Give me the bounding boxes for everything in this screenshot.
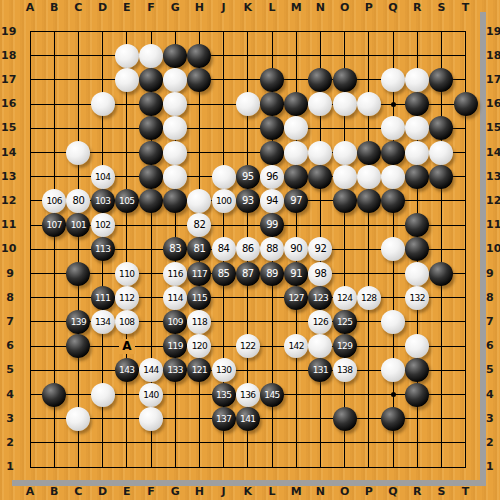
stone-J4-black: 135 [212,383,236,407]
stone-G14-white [163,141,187,165]
move-number: 145 [264,390,279,400]
stone-Q5-white [381,358,405,382]
move-number: 144 [143,365,158,375]
stone-O6-black: 129 [333,334,357,358]
col-label-top-N: N [312,2,328,14]
point-annotation-E6: A [119,339,135,354]
move-number: 91 [290,269,302,279]
stone-C6-black [66,334,90,358]
stone-H12-white [187,189,211,213]
stone-F16-black [139,92,163,116]
move-number: 129 [337,341,352,351]
row-label-right-2: 2 [486,437,499,449]
row-label-right-7: 7 [486,316,499,328]
stone-L15-black [260,116,284,140]
row-label-left-11: 11 [1,219,14,231]
row-label-right-17: 17 [486,74,499,86]
move-number: 115 [192,293,207,303]
move-number: 113 [95,244,110,254]
row-label-right-14: 14 [486,147,499,159]
move-number: 109 [167,317,182,327]
col-label-top-H: H [191,2,207,14]
stone-F3-white [139,407,163,431]
stone-D7-white: 134 [91,310,115,334]
row-label-left-18: 18 [1,50,14,62]
row-label-left-7: 7 [1,316,14,328]
move-number: 137 [216,414,231,424]
row-label-left-1: 1 [1,461,14,473]
stone-M15-white [284,116,308,140]
move-number: 127 [288,293,303,303]
grid-line-v-S [441,32,442,468]
col-label-top-S: S [433,2,449,14]
row-label-right-5: 5 [486,364,499,376]
stone-E17-white [115,68,139,92]
stone-L13-white: 96 [260,165,284,189]
stone-N10-white: 92 [308,237,332,261]
row-label-left-4: 4 [1,389,14,401]
stone-G17-white [163,68,187,92]
col-label-top-L: L [264,2,280,14]
row-label-right-16: 16 [486,98,499,110]
move-number: 83 [169,244,181,254]
move-number: 107 [46,220,61,230]
row-label-left-13: 13 [1,171,14,183]
stone-P13-white [357,165,381,189]
row-label-right-8: 8 [486,292,499,304]
col-label-bottom-C: C [70,486,86,498]
row-label-left-16: 16 [1,98,14,110]
stone-G5-black: 133 [163,358,187,382]
move-number: 134 [95,317,110,327]
col-label-top-O: O [337,2,353,14]
stone-G12-black [163,189,187,213]
board-edge-shadow-right [480,12,486,486]
star-point-Q16 [391,102,396,107]
stone-R9-white [405,262,429,286]
move-number: 96 [266,172,278,182]
stone-D11-white: 102 [91,213,115,237]
move-number: 89 [266,269,278,279]
move-number: 108 [119,317,134,327]
stone-P16-white [357,92,381,116]
stone-Q10-white [381,237,405,261]
stone-O17-black [333,68,357,92]
col-label-bottom-D: D [95,486,111,498]
stone-L14-black [260,141,284,165]
stone-F13-black [139,165,163,189]
stone-Q13-white [381,165,405,189]
stone-H7-white: 118 [187,310,211,334]
move-number: 138 [337,365,352,375]
stone-J3-black: 137 [212,407,236,431]
col-label-bottom-E: E [119,486,135,498]
stone-R6-white [405,334,429,358]
col-label-top-P: P [361,2,377,14]
col-label-top-G: G [167,2,183,14]
row-label-right-18: 18 [486,50,499,62]
stone-N9-white: 98 [308,262,332,286]
col-label-top-Q: Q [385,2,401,14]
stone-B4-black [42,383,66,407]
move-number: 84 [218,244,230,254]
stone-H10-black: 81 [187,237,211,261]
stone-Q17-white [381,68,405,92]
stone-C7-black: 139 [66,310,90,334]
stone-M16-black [284,92,308,116]
stone-L9-black: 89 [260,262,284,286]
stone-O7-black: 125 [333,310,357,334]
stone-N14-white [308,141,332,165]
col-label-top-B: B [46,2,62,14]
stone-M9-black: 91 [284,262,308,286]
move-number: 125 [337,317,352,327]
col-label-bottom-N: N [312,486,328,498]
stone-R13-black [405,165,429,189]
stone-F4-white: 140 [139,383,163,407]
stone-D16-white [91,92,115,116]
move-number: 132 [409,293,424,303]
move-number: 106 [46,196,61,206]
col-label-bottom-H: H [191,486,207,498]
stone-Q14-black [381,141,405,165]
stone-F15-black [139,116,163,140]
stone-Q12-black [381,189,405,213]
stone-G13-white [163,165,187,189]
move-number: 104 [95,172,110,182]
stone-G6-black: 119 [163,334,187,358]
stone-Q15-white [381,116,405,140]
stone-D13-white: 104 [91,165,115,189]
move-number: 136 [240,390,255,400]
stone-O14-white [333,141,357,165]
stone-P12-black [357,189,381,213]
row-label-left-19: 19 [1,26,14,38]
stone-J10-white: 84 [212,237,236,261]
col-label-top-F: F [143,2,159,14]
move-number: 121 [192,365,207,375]
stone-E9-white: 110 [115,262,139,286]
row-label-left-3: 3 [1,413,14,425]
move-number: 90 [290,244,302,254]
stone-H11-white: 82 [187,213,211,237]
row-label-right-6: 6 [486,340,499,352]
stone-N7-white: 126 [308,310,332,334]
move-number: 85 [218,269,230,279]
move-number: 124 [337,293,352,303]
stone-R17-white [405,68,429,92]
move-number: 110 [119,269,134,279]
col-label-top-A: A [22,2,38,14]
stone-H6-white: 120 [187,334,211,358]
col-label-bottom-B: B [46,486,62,498]
star-point-Q4 [391,392,396,397]
stone-N16-white [308,92,332,116]
stone-H5-black: 121 [187,358,211,382]
stone-S15-black [429,116,453,140]
stone-N6-white [308,334,332,358]
col-label-top-T: T [458,2,474,14]
stone-F17-black [139,68,163,92]
row-label-left-10: 10 [1,243,14,255]
stone-M14-white [284,141,308,165]
board-edge-shadow-bottom [12,480,480,486]
stone-H9-black: 117 [187,262,211,286]
stone-S13-black [429,165,453,189]
stone-M13-black [284,165,308,189]
stone-K13-black: 95 [236,165,260,189]
move-number: 92 [315,244,327,254]
move-number: 82 [194,220,206,230]
move-number: 81 [194,244,206,254]
col-label-bottom-O: O [337,486,353,498]
stone-L16-black [260,92,284,116]
stone-O13-white [333,165,357,189]
stone-G9-white: 116 [163,262,187,286]
move-number: 105 [119,196,134,206]
move-number: 119 [167,341,182,351]
go-board[interactable]: AABBCCDDEEFFGGHHJJKKLLMMNNOOPPQQRRSSTT19… [0,0,500,500]
col-label-top-E: E [119,2,135,14]
col-label-bottom-R: R [409,486,425,498]
row-label-right-10: 10 [486,243,499,255]
stone-E18-white [115,44,139,68]
move-number: 130 [216,365,231,375]
move-number: 98 [315,269,327,279]
row-label-left-5: 5 [1,364,14,376]
stone-S17-black [429,68,453,92]
move-number: 93 [242,196,254,206]
stone-J5-white: 130 [212,358,236,382]
col-label-top-K: K [240,2,256,14]
col-label-bottom-S: S [433,486,449,498]
col-label-bottom-G: G [167,486,183,498]
stone-H8-black: 115 [187,286,211,310]
move-number: 102 [95,220,110,230]
move-number: 126 [313,317,328,327]
stone-K9-black: 87 [236,262,260,286]
move-number: 97 [290,196,302,206]
row-label-right-13: 13 [486,171,499,183]
stone-N17-black [308,68,332,92]
row-label-right-11: 11 [486,219,499,231]
move-number: 101 [71,220,86,230]
stone-N5-black: 131 [308,358,332,382]
stone-R11-black [405,213,429,237]
stone-C11-black: 101 [66,213,90,237]
move-number: 88 [266,244,278,254]
stone-M12-black: 97 [284,189,308,213]
move-number: 103 [95,196,110,206]
stone-M6-white: 142 [284,334,308,358]
stone-R16-black [405,92,429,116]
stone-G15-white [163,116,187,140]
stone-F12-black [139,189,163,213]
row-label-right-19: 19 [486,26,499,38]
stone-M10-white: 90 [284,237,308,261]
stone-R5-black [405,358,429,382]
stone-Q7-white [381,310,405,334]
move-number: 142 [288,341,303,351]
move-number: 122 [240,341,255,351]
stone-D10-black: 113 [91,237,115,261]
stone-O5-white: 138 [333,358,357,382]
stone-L11-black: 99 [260,213,284,237]
stone-E8-white: 112 [115,286,139,310]
col-label-top-M: M [288,2,304,14]
move-number: 99 [266,220,278,230]
stone-P14-black [357,141,381,165]
stone-K16-white [236,92,260,116]
move-number: 140 [143,390,158,400]
stone-C14-white [66,141,90,165]
stone-G8-white: 114 [163,286,187,310]
row-label-right-4: 4 [486,389,499,401]
stone-N13-black [308,165,332,189]
row-label-right-12: 12 [486,195,499,207]
move-number: 86 [242,244,254,254]
move-number: 139 [71,317,86,327]
move-number: 131 [313,365,328,375]
stone-D8-black: 111 [91,286,115,310]
stone-O3-black [333,407,357,431]
col-label-top-R: R [409,2,425,14]
stone-Q3-black [381,407,405,431]
stone-H17-black [187,68,211,92]
stone-S14-white [429,141,453,165]
col-label-bottom-F: F [143,486,159,498]
stone-R4-black [405,383,429,407]
stone-C9-black [66,262,90,286]
row-label-right-9: 9 [486,268,499,280]
row-label-left-15: 15 [1,122,14,134]
stone-M8-black: 127 [284,286,308,310]
row-label-right-3: 3 [486,413,499,425]
stone-B11-black: 107 [42,213,66,237]
col-label-top-J: J [216,2,232,14]
stone-E12-black: 105 [115,189,139,213]
stone-P8-white: 128 [357,286,381,310]
move-number: 118 [192,317,207,327]
move-number: 128 [361,293,376,303]
stone-G7-black: 109 [163,310,187,334]
stone-F5-white: 144 [139,358,163,382]
move-number: 120 [192,341,207,351]
stone-F14-black [139,141,163,165]
stone-J9-black: 85 [212,262,236,286]
row-label-left-2: 2 [1,437,14,449]
move-number: 100 [216,196,231,206]
stone-C3-white [66,407,90,431]
row-label-left-9: 9 [1,268,14,280]
stone-N8-black: 123 [308,286,332,310]
col-label-bottom-L: L [264,486,280,498]
stone-K10-white: 86 [236,237,260,261]
stone-R10-black [405,237,429,261]
move-number: 80 [73,196,85,206]
stone-R8-white: 132 [405,286,429,310]
move-number: 123 [313,293,328,303]
stone-G16-white [163,92,187,116]
stone-L10-white: 88 [260,237,284,261]
row-label-left-12: 12 [1,195,14,207]
stone-K12-black: 93 [236,189,260,213]
row-label-left-6: 6 [1,340,14,352]
stone-S9-black [429,262,453,286]
stone-O12-black [333,189,357,213]
stone-D12-black: 103 [91,189,115,213]
stone-O16-white [333,92,357,116]
move-number: 133 [167,365,182,375]
move-number: 116 [167,269,182,279]
row-label-right-15: 15 [486,122,499,134]
row-label-left-8: 8 [1,292,14,304]
stone-R15-white [405,116,429,140]
stone-L4-black: 145 [260,383,284,407]
stone-H18-black [187,44,211,68]
stone-K6-white: 122 [236,334,260,358]
stone-G18-black [163,44,187,68]
col-label-bottom-P: P [361,486,377,498]
move-number: 117 [192,269,207,279]
stone-R14-white [405,141,429,165]
stone-L17-black [260,68,284,92]
col-label-bottom-M: M [288,486,304,498]
stone-T16-black [454,92,478,116]
stone-D4-white [91,383,115,407]
move-number: 143 [119,365,134,375]
col-label-bottom-J: J [216,486,232,498]
stone-K3-black: 141 [236,407,260,431]
move-number: 114 [167,293,182,303]
stone-E5-black: 143 [115,358,139,382]
stone-F18-white [139,44,163,68]
stone-L12-white: 94 [260,189,284,213]
col-label-bottom-T: T [458,486,474,498]
row-label-left-17: 17 [1,74,14,86]
col-label-top-C: C [70,2,86,14]
stone-J13-white [212,165,236,189]
row-label-right-1: 1 [486,461,499,473]
col-label-top-D: D [95,2,111,14]
move-number: 111 [95,293,110,303]
row-label-left-14: 14 [1,147,14,159]
grid-line-h-2 [30,442,466,443]
stone-B12-white: 106 [42,189,66,213]
move-number: 135 [216,390,231,400]
move-number: 141 [240,414,255,424]
stone-J12-white: 100 [212,189,236,213]
move-number: 87 [242,269,254,279]
move-number: 94 [266,196,278,206]
grid-line-h-1 [30,467,466,468]
col-label-bottom-K: K [240,486,256,498]
move-number: 95 [242,172,254,182]
stone-O8-white: 124 [333,286,357,310]
col-label-bottom-Q: Q [385,486,401,498]
stone-G10-black: 83 [163,237,187,261]
col-label-bottom-A: A [22,486,38,498]
stone-C12-white: 80 [66,189,90,213]
stone-E7-white: 108 [115,310,139,334]
stone-K4-white: 136 [236,383,260,407]
move-number: 112 [119,293,134,303]
